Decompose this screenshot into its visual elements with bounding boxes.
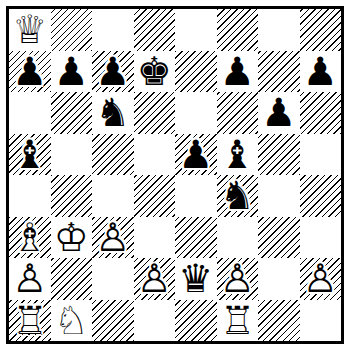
white-piece-outline-layer: ♖ (217, 300, 259, 342)
square-g6[interactable]: ♟ (258, 92, 300, 134)
square-d3[interactable] (134, 217, 176, 259)
piece-black-pawn[interactable]: ♟ (258, 92, 300, 134)
piece-black-pawn[interactable]: ♟ (300, 51, 342, 93)
square-h5[interactable] (300, 134, 342, 176)
square-a7[interactable]: ♟ (9, 51, 51, 93)
square-c5[interactable] (92, 134, 134, 176)
square-d4[interactable] (134, 175, 176, 217)
square-g7[interactable] (258, 51, 300, 93)
chess-diagram: ♛♕♟♟♟♚♟♟♞♟♝♟♝♞♝♗♚♔♟♙♟♙♟♙♛♟♙♟♙♜♖♞♘♜♖ (6, 6, 344, 344)
square-e4[interactable] (175, 175, 217, 217)
piece-white-pawn[interactable]: ♟♙ (9, 258, 51, 300)
piece-white-king[interactable]: ♚♔ (51, 217, 93, 259)
square-b1[interactable]: ♞♘ (51, 300, 93, 342)
white-piece-outline-layer: ♙ (134, 258, 176, 300)
square-d2[interactable]: ♟♙ (134, 258, 176, 300)
piece-white-queen[interactable]: ♛♕ (9, 9, 51, 51)
square-c8[interactable] (92, 9, 134, 51)
piece-white-pawn[interactable]: ♟♙ (92, 217, 134, 259)
square-b5[interactable] (51, 134, 93, 176)
square-h8[interactable] (300, 9, 342, 51)
piece-black-pawn[interactable]: ♟ (9, 51, 51, 93)
square-f7[interactable]: ♟ (217, 51, 259, 93)
black-piece-glyph: ♞ (217, 175, 259, 217)
square-f2[interactable]: ♟♙ (217, 258, 259, 300)
square-a6[interactable] (9, 92, 51, 134)
square-e3[interactable] (175, 217, 217, 259)
black-piece-glyph: ♟ (9, 51, 51, 93)
black-piece-glyph: ♝ (217, 134, 259, 176)
square-d8[interactable] (134, 9, 176, 51)
white-piece-outline-layer: ♙ (92, 217, 134, 259)
square-b3[interactable]: ♚♔ (51, 217, 93, 259)
white-piece-outline-layer: ♗ (9, 217, 51, 259)
square-e7[interactable] (175, 51, 217, 93)
white-piece-outline-layer: ♙ (9, 258, 51, 300)
white-piece-outline-layer: ♔ (51, 217, 93, 259)
square-g1[interactable] (258, 300, 300, 342)
square-f4[interactable]: ♞ (217, 175, 259, 217)
square-e8[interactable] (175, 9, 217, 51)
square-c3[interactable]: ♟♙ (92, 217, 134, 259)
black-piece-glyph: ♟ (175, 134, 217, 176)
square-h1[interactable] (300, 300, 342, 342)
piece-black-bishop[interactable]: ♝ (9, 134, 51, 176)
piece-white-pawn[interactable]: ♟♙ (217, 258, 259, 300)
black-piece-glyph: ♟ (258, 92, 300, 134)
square-b8[interactable] (51, 9, 93, 51)
piece-black-knight[interactable]: ♞ (92, 92, 134, 134)
square-c1[interactable] (92, 300, 134, 342)
white-piece-outline-layer: ♘ (51, 300, 93, 342)
square-e5[interactable]: ♟ (175, 134, 217, 176)
square-e6[interactable] (175, 92, 217, 134)
square-c4[interactable] (92, 175, 134, 217)
white-piece-outline-layer: ♕ (9, 9, 51, 51)
square-f8[interactable] (217, 9, 259, 51)
black-piece-glyph: ♝ (9, 134, 51, 176)
square-h2[interactable]: ♟♙ (300, 258, 342, 300)
square-d7[interactable]: ♚ (134, 51, 176, 93)
square-a3[interactable]: ♝♗ (9, 217, 51, 259)
square-b2[interactable] (51, 258, 93, 300)
square-e1[interactable] (175, 300, 217, 342)
piece-white-pawn[interactable]: ♟♙ (300, 258, 342, 300)
black-piece-glyph: ♞ (92, 92, 134, 134)
square-f5[interactable]: ♝ (217, 134, 259, 176)
square-e2[interactable]: ♛ (175, 258, 217, 300)
square-c6[interactable]: ♞ (92, 92, 134, 134)
piece-black-king[interactable]: ♚ (134, 51, 176, 93)
square-g5[interactable] (258, 134, 300, 176)
square-h6[interactable] (300, 92, 342, 134)
square-a1[interactable]: ♜♖ (9, 300, 51, 342)
chess-board: ♛♕♟♟♟♚♟♟♞♟♝♟♝♞♝♗♚♔♟♙♟♙♟♙♛♟♙♟♙♜♖♞♘♜♖ (6, 6, 344, 344)
square-a2[interactable]: ♟♙ (9, 258, 51, 300)
square-f6[interactable] (217, 92, 259, 134)
square-d5[interactable] (134, 134, 176, 176)
square-a4[interactable] (9, 175, 51, 217)
square-c7[interactable]: ♟ (92, 51, 134, 93)
square-b6[interactable] (51, 92, 93, 134)
white-piece-outline-layer: ♙ (217, 258, 259, 300)
piece-white-rook[interactable]: ♜♖ (9, 300, 51, 342)
black-piece-glyph: ♟ (92, 51, 134, 93)
piece-white-rook[interactable]: ♜♖ (217, 300, 259, 342)
piece-black-pawn[interactable]: ♟ (175, 134, 217, 176)
square-d6[interactable] (134, 92, 176, 134)
piece-white-knight[interactable]: ♞♘ (51, 300, 93, 342)
piece-white-pawn[interactable]: ♟♙ (134, 258, 176, 300)
square-h7[interactable]: ♟ (300, 51, 342, 93)
black-piece-glyph: ♟ (217, 51, 259, 93)
square-g3[interactable] (258, 217, 300, 259)
square-h3[interactable] (300, 217, 342, 259)
piece-black-pawn[interactable]: ♟ (217, 51, 259, 93)
square-b7[interactable]: ♟ (51, 51, 93, 93)
square-g8[interactable] (258, 9, 300, 51)
piece-black-knight[interactable]: ♞ (217, 175, 259, 217)
square-a8[interactable]: ♛♕ (9, 9, 51, 51)
square-d1[interactable] (134, 300, 176, 342)
square-b4[interactable] (51, 175, 93, 217)
black-piece-glyph: ♛ (175, 258, 217, 300)
white-piece-outline-layer: ♖ (9, 300, 51, 342)
piece-black-pawn[interactable]: ♟ (51, 51, 93, 93)
square-g4[interactable] (258, 175, 300, 217)
square-f3[interactable] (217, 217, 259, 259)
square-c2[interactable] (92, 258, 134, 300)
piece-black-queen[interactable]: ♛ (175, 258, 217, 300)
black-piece-glyph: ♟ (51, 51, 93, 93)
square-h4[interactable] (300, 175, 342, 217)
black-piece-glyph: ♟ (300, 51, 342, 93)
square-a5[interactable]: ♝ (9, 134, 51, 176)
white-piece-outline-layer: ♙ (300, 258, 342, 300)
piece-black-pawn[interactable]: ♟ (92, 51, 134, 93)
piece-black-bishop[interactable]: ♝ (217, 134, 259, 176)
square-f1[interactable]: ♜♖ (217, 300, 259, 342)
piece-white-bishop[interactable]: ♝♗ (9, 217, 51, 259)
square-g2[interactable] (258, 258, 300, 300)
black-piece-glyph: ♚ (134, 51, 176, 93)
